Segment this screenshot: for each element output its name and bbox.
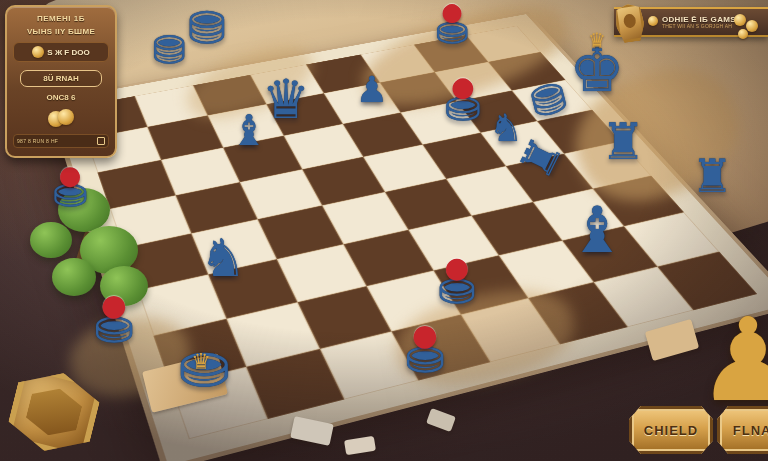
red-dome: ● [441, 0, 463, 25]
piece-overlay-glyph: ♛ [191, 351, 211, 373]
gold-hex-box-inner [23, 382, 85, 441]
red-button-piece[interactable]: ⛂● [435, 10, 469, 50]
red-button-piece[interactable]: ⛂● [94, 302, 134, 350]
panel-title: ПЕМЕНI 1Б [13, 14, 109, 23]
checkbox-icon[interactable] [97, 137, 105, 145]
panel-line3: ONC8 6 [13, 93, 109, 102]
chield-button[interactable]: CHIELD [629, 406, 713, 454]
coin-icon [738, 29, 748, 39]
panel-footer-text: 987 8 RUN 8 НF [17, 138, 58, 144]
blue-rook-edge[interactable]: ♜ [691, 153, 732, 199]
piece-glyph: ♛ [262, 73, 310, 127]
coin-stack-icon [46, 109, 76, 127]
blue-bishop-large[interactable]: ♝ [568, 198, 625, 262]
blue-pawn[interactable]: ♟ [356, 72, 388, 108]
red-dome: ● [101, 290, 127, 320]
blue-knight-small[interactable]: ♞ [489, 109, 523, 147]
piece-glyph: ♞ [200, 232, 247, 284]
coin-icon [32, 46, 44, 58]
piece-glyph: ♝ [568, 198, 625, 262]
coin-balance-value: S Ж F DOO [47, 48, 89, 57]
paper-scrap [344, 436, 376, 456]
flnas-button[interactable]: FLNAS [717, 406, 768, 454]
piece-overlay-glyph: ♛ [588, 30, 606, 50]
red-button-piece[interactable]: ⛂● [405, 332, 445, 380]
top-banner: ОDНIE Ē IБ GAMS THET WII AN S GORJGH AH [614, 7, 768, 37]
coin-balance: S Ж F DOO [13, 42, 109, 62]
blue-medallion[interactable]: ⛂♛ [178, 335, 230, 397]
blue-tower[interactable]: ♜ [601, 117, 646, 167]
trophy-emblem [623, 13, 637, 29]
piece-glyph: ⛃ [188, 5, 227, 51]
piece-glyph: ♝ [230, 110, 268, 152]
game-screen: ⛃⛂●⛃♚♛♟♛⛃⛂●♞♝♜♜♜⛂●♝♞⛂●⛂●⛂●♟⛂♛ ПЕМЕНI 1Б … [0, 0, 768, 461]
coin-icon [746, 20, 758, 32]
banner-subtitle: THET WII AN S GORJGH AH [662, 24, 736, 30]
coins-cluster-icon [732, 12, 766, 46]
blue-king-gold-crown[interactable]: ♚♛ [569, 39, 625, 101]
panel-footer-bar[interactable]: 987 8 RUN 8 НF [13, 134, 109, 148]
gold-hex-box [4, 363, 105, 461]
piece-glyph: ♜ [601, 117, 646, 167]
red-dome: ● [59, 162, 82, 188]
red-dome: ● [412, 320, 438, 350]
panel-button[interactable]: 8Ü RNAH [20, 70, 103, 87]
captured-spiral-piece[interactable]: ⛃ [188, 5, 227, 51]
red-dome: ● [445, 254, 470, 283]
tree-foliage [52, 258, 96, 296]
coin-icon [734, 14, 746, 26]
piece-glyph: ⛃ [152, 30, 186, 70]
blue-knight[interactable]: ♞ [200, 232, 247, 284]
tree-foliage [30, 222, 72, 258]
gold-pawn-decor[interactable]: ♟ [696, 303, 768, 418]
red-button-piece[interactable]: ⛂● [438, 265, 477, 311]
blue-queen[interactable]: ♛ [262, 73, 310, 127]
captured-spiral-piece[interactable]: ⛃ [152, 30, 186, 70]
stats-panel: ПЕМЕНI 1Б VЫHS IIY БШМЕ S Ж F DOO 8Ü RNA… [5, 5, 117, 158]
coin-icon [648, 16, 658, 26]
red-button-piece[interactable]: ⛂● [445, 84, 482, 128]
paper-scrap [426, 408, 456, 432]
piece-glyph: ♜ [691, 153, 732, 199]
panel-subtitle: VЫHS IIY БШМЕ [13, 27, 109, 36]
red-button-piece[interactable]: ⛂● [52, 172, 87, 214]
piece-glyph: ♞ [489, 109, 523, 147]
piece-glyph: ♟ [696, 303, 768, 418]
red-dome: ● [451, 73, 475, 100]
blue-bishop[interactable]: ♝ [230, 110, 268, 152]
piece-glyph: ♟ [356, 72, 388, 108]
coin-icon [58, 109, 74, 125]
